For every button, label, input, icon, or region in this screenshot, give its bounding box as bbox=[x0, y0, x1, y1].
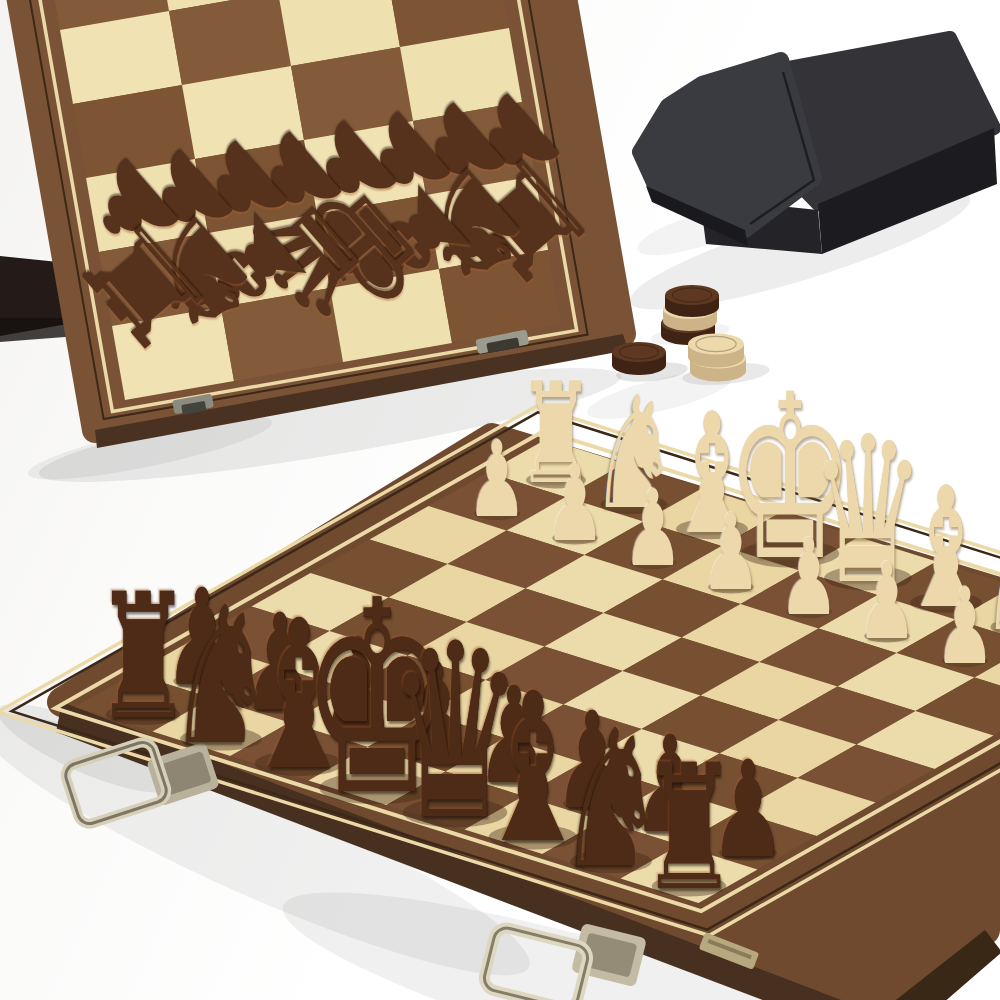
main-chess-board bbox=[0, 407, 1000, 1000]
scene-graphics bbox=[0, 0, 1000, 1000]
product-photo-scene: ♟♟♟♟♟♟♟♟♜♞♝♚♛♝♞♜ ♜♞♝♚♛♝♞♟♟♟♟♟♟♟♟♟♟♟♟♟♟♟♟… bbox=[0, 0, 1000, 1000]
